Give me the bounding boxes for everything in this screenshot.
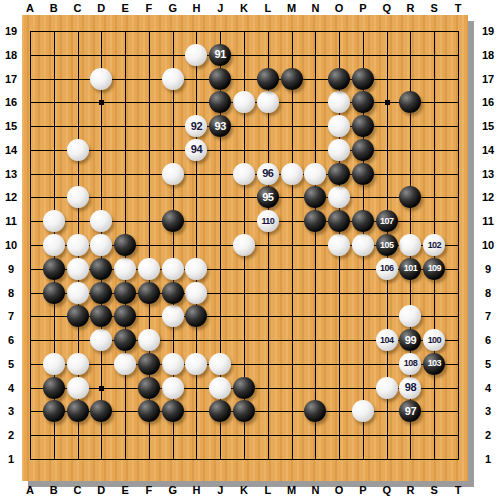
stone-black-D7[interactable] <box>90 305 112 327</box>
col-label-bottom-R: R <box>400 483 420 497</box>
stone-white-B11[interactable] <box>43 210 65 232</box>
stone-black-C3[interactable] <box>67 400 89 422</box>
row-label-left-19: 19 <box>1 24 21 38</box>
stone-black-P13[interactable] <box>352 163 374 185</box>
star-point-D4 <box>99 386 104 391</box>
stone-black-E6[interactable] <box>114 329 136 351</box>
grid-line-horizontal <box>30 459 459 460</box>
stone-white-G7[interactable] <box>162 305 184 327</box>
row-label-left-15: 15 <box>1 119 21 133</box>
stone-black-J15[interactable]: 93 <box>209 115 231 137</box>
stone-white-D11[interactable] <box>90 210 112 232</box>
stone-black-J16[interactable] <box>209 91 231 113</box>
col-label-bottom-G: G <box>163 483 183 497</box>
col-label-bottom-P: P <box>353 483 373 497</box>
stone-black-R3[interactable]: 97 <box>399 400 421 422</box>
stone-white-S10[interactable]: 102 <box>423 234 445 256</box>
stone-black-P16[interactable] <box>352 91 374 113</box>
stone-black-F5[interactable] <box>138 353 160 375</box>
stone-black-F4[interactable] <box>138 377 160 399</box>
stone-black-Q10[interactable]: 105 <box>376 234 398 256</box>
col-label-bottom-S: S <box>424 483 444 497</box>
stone-white-O16[interactable] <box>328 91 350 113</box>
stone-white-R4[interactable]: 98 <box>399 377 421 399</box>
stone-white-F9[interactable] <box>138 258 160 280</box>
grid-line-vertical <box>458 31 459 460</box>
col-label-top-S: S <box>424 1 444 15</box>
row-label-right-14: 14 <box>478 143 498 157</box>
stone-black-R9[interactable]: 101 <box>399 258 421 280</box>
stone-black-D9[interactable] <box>90 258 112 280</box>
stone-white-N13[interactable] <box>304 163 326 185</box>
stone-black-O17[interactable] <box>328 68 350 90</box>
stone-black-E10[interactable] <box>114 234 136 256</box>
stone-white-D10[interactable] <box>90 234 112 256</box>
stone-white-G9[interactable] <box>162 258 184 280</box>
stone-black-N11[interactable] <box>304 210 326 232</box>
col-label-bottom-A: A <box>20 483 40 497</box>
row-label-left-6: 6 <box>1 333 21 347</box>
stone-white-G5[interactable] <box>162 353 184 375</box>
move-number-97: 97 <box>405 406 416 417</box>
col-label-top-N: N <box>305 1 325 15</box>
stone-white-P3[interactable] <box>352 400 374 422</box>
row-label-right-18: 18 <box>478 48 498 62</box>
col-label-bottom-L: L <box>258 483 278 497</box>
stone-white-D17[interactable] <box>90 68 112 90</box>
row-label-left-16: 16 <box>1 95 21 109</box>
stone-black-H7[interactable] <box>185 305 207 327</box>
col-label-bottom-T: T <box>448 483 468 497</box>
col-label-bottom-J: J <box>210 483 230 497</box>
stone-black-J18[interactable]: 91 <box>209 44 231 66</box>
row-label-left-8: 8 <box>1 286 21 300</box>
col-label-top-P: P <box>353 1 373 15</box>
stone-white-C14[interactable] <box>67 139 89 161</box>
stone-black-P14[interactable] <box>352 139 374 161</box>
stone-white-G4[interactable] <box>162 377 184 399</box>
col-label-bottom-Q: Q <box>377 483 397 497</box>
row-label-left-2: 2 <box>1 428 21 442</box>
stone-black-P17[interactable] <box>352 68 374 90</box>
stone-black-B9[interactable] <box>43 258 65 280</box>
stone-black-L12[interactable]: 95 <box>257 186 279 208</box>
col-label-bottom-E: E <box>115 483 135 497</box>
row-label-right-1: 1 <box>478 452 498 466</box>
stone-white-K13[interactable] <box>233 163 255 185</box>
stone-white-Q6[interactable]: 104 <box>376 329 398 351</box>
stone-white-J4[interactable] <box>209 377 231 399</box>
stone-black-G8[interactable] <box>162 282 184 304</box>
move-number-94: 94 <box>191 144 202 155</box>
stone-white-B5[interactable] <box>43 353 65 375</box>
stone-white-G13[interactable] <box>162 163 184 185</box>
row-label-left-3: 3 <box>1 404 21 418</box>
col-label-top-O: O <box>329 1 349 15</box>
stone-black-D3[interactable] <box>90 400 112 422</box>
stone-black-S5[interactable]: 103 <box>423 353 445 375</box>
col-label-bottom-M: M <box>282 483 302 497</box>
col-label-bottom-H: H <box>186 483 206 497</box>
row-label-left-11: 11 <box>1 214 21 228</box>
stone-black-B3[interactable] <box>43 400 65 422</box>
stone-black-E7[interactable] <box>114 305 136 327</box>
move-number-100: 100 <box>428 336 441 345</box>
stone-black-F3[interactable] <box>138 400 160 422</box>
col-label-top-E: E <box>115 1 135 15</box>
stone-white-C5[interactable] <box>67 353 89 375</box>
col-label-top-C: C <box>68 1 88 15</box>
move-number-99: 99 <box>405 335 416 346</box>
col-label-top-G: G <box>163 1 183 15</box>
move-number-98: 98 <box>405 382 416 393</box>
col-label-bottom-F: F <box>139 483 159 497</box>
stone-white-H5[interactable] <box>185 353 207 375</box>
stone-white-J5[interactable] <box>209 353 231 375</box>
row-label-right-19: 19 <box>478 24 498 38</box>
stone-black-J3[interactable] <box>209 400 231 422</box>
stone-black-F8[interactable] <box>138 282 160 304</box>
stone-white-K10[interactable] <box>233 234 255 256</box>
stone-black-P15[interactable] <box>352 115 374 137</box>
stone-white-D6[interactable] <box>90 329 112 351</box>
stone-black-O11[interactable] <box>328 210 350 232</box>
row-label-left-5: 5 <box>1 357 21 371</box>
row-label-left-18: 18 <box>1 48 21 62</box>
row-label-right-6: 6 <box>478 333 498 347</box>
row-label-left-4: 4 <box>1 381 21 395</box>
row-label-left-10: 10 <box>1 238 21 252</box>
col-label-top-B: B <box>44 1 64 15</box>
stone-white-R5[interactable]: 108 <box>399 353 421 375</box>
row-label-left-12: 12 <box>1 190 21 204</box>
stone-white-K16[interactable] <box>233 91 255 113</box>
stone-white-O10[interactable] <box>328 234 350 256</box>
stone-black-Q11[interactable]: 107 <box>376 210 398 232</box>
row-label-right-15: 15 <box>478 119 498 133</box>
move-number-109: 109 <box>428 264 441 273</box>
stone-black-B4[interactable] <box>43 377 65 399</box>
stone-black-G11[interactable] <box>162 210 184 232</box>
stone-white-O12[interactable] <box>328 186 350 208</box>
col-label-top-Q: Q <box>377 1 397 15</box>
stone-black-K4[interactable] <box>233 377 255 399</box>
grid-line-vertical <box>315 31 316 460</box>
row-label-left-9: 9 <box>1 262 21 276</box>
col-label-top-J: J <box>210 1 230 15</box>
stone-black-R12[interactable] <box>399 186 421 208</box>
move-number-104: 104 <box>380 336 393 345</box>
move-number-102: 102 <box>428 241 441 250</box>
stone-white-C8[interactable] <box>67 282 89 304</box>
stone-white-S6[interactable]: 100 <box>423 329 445 351</box>
stone-white-H9[interactable] <box>185 258 207 280</box>
star-point-Q16 <box>385 100 390 105</box>
stone-white-C10[interactable] <box>67 234 89 256</box>
move-number-92: 92 <box>191 121 202 132</box>
row-label-right-11: 11 <box>478 214 498 228</box>
row-label-right-4: 4 <box>478 381 498 395</box>
grid-line-vertical <box>292 31 293 460</box>
col-label-top-T: T <box>448 1 468 15</box>
star-point-D16 <box>99 100 104 105</box>
stone-white-O15[interactable] <box>328 115 350 137</box>
stone-black-E8[interactable] <box>114 282 136 304</box>
move-number-103: 103 <box>428 359 441 368</box>
stone-white-P10[interactable] <box>352 234 374 256</box>
stone-white-G17[interactable] <box>162 68 184 90</box>
row-label-right-3: 3 <box>478 404 498 418</box>
stone-white-R7[interactable] <box>399 305 421 327</box>
go-diagram-screen: 9192939495969798991001011021031041051061… <box>0 0 500 500</box>
stone-black-K3[interactable] <box>233 400 255 422</box>
row-label-left-7: 7 <box>1 309 21 323</box>
col-label-bottom-B: B <box>44 483 64 497</box>
stone-black-P11[interactable] <box>352 210 374 232</box>
move-number-101: 101 <box>404 264 417 273</box>
stone-black-R6[interactable]: 99 <box>399 329 421 351</box>
stone-white-L13[interactable]: 96 <box>257 163 279 185</box>
move-number-105: 105 <box>380 241 393 250</box>
col-label-top-D: D <box>91 1 111 15</box>
stone-black-J17[interactable] <box>209 68 231 90</box>
row-label-left-17: 17 <box>1 72 21 86</box>
stone-white-O14[interactable] <box>328 139 350 161</box>
stone-white-E5[interactable] <box>114 353 136 375</box>
stone-white-Q4[interactable] <box>376 377 398 399</box>
row-label-right-2: 2 <box>478 428 498 442</box>
stone-black-M17[interactable] <box>281 68 303 90</box>
stone-black-S9[interactable]: 109 <box>423 258 445 280</box>
row-label-right-10: 10 <box>478 238 498 252</box>
stone-black-N12[interactable] <box>304 186 326 208</box>
row-label-right-9: 9 <box>478 262 498 276</box>
move-number-95: 95 <box>262 192 273 203</box>
stone-black-L17[interactable] <box>257 68 279 90</box>
col-label-bottom-O: O <box>329 483 349 497</box>
move-number-108: 108 <box>404 359 417 368</box>
col-label-bottom-C: C <box>68 483 88 497</box>
stone-white-Q9[interactable]: 106 <box>376 258 398 280</box>
stone-white-C4[interactable] <box>67 377 89 399</box>
go-board[interactable]: 9192939495969798991001011021031041051061… <box>22 15 468 481</box>
col-label-bottom-K: K <box>234 483 254 497</box>
stone-white-H14[interactable]: 94 <box>185 139 207 161</box>
row-label-right-13: 13 <box>478 167 498 181</box>
stone-white-H15[interactable]: 92 <box>185 115 207 137</box>
col-label-top-M: M <box>282 1 302 15</box>
row-label-right-7: 7 <box>478 309 498 323</box>
stone-black-R16[interactable] <box>399 91 421 113</box>
stone-white-C9[interactable] <box>67 258 89 280</box>
stone-white-L16[interactable] <box>257 91 279 113</box>
row-label-right-16: 16 <box>478 95 498 109</box>
stone-white-H18[interactable] <box>185 44 207 66</box>
stone-black-D8[interactable] <box>90 282 112 304</box>
move-number-107: 107 <box>380 217 393 226</box>
row-label-left-14: 14 <box>1 143 21 157</box>
stone-white-F6[interactable] <box>138 329 160 351</box>
row-label-right-8: 8 <box>478 286 498 300</box>
stone-black-C7[interactable] <box>67 305 89 327</box>
move-number-91: 91 <box>215 49 226 60</box>
col-label-top-L: L <box>258 1 278 15</box>
stone-black-G3[interactable] <box>162 400 184 422</box>
col-label-top-H: H <box>186 1 206 15</box>
stone-white-E9[interactable] <box>114 258 136 280</box>
row-label-left-1: 1 <box>1 452 21 466</box>
row-label-right-5: 5 <box>478 357 498 371</box>
stone-white-C12[interactable] <box>67 186 89 208</box>
move-number-93: 93 <box>215 121 226 132</box>
row-label-right-12: 12 <box>478 190 498 204</box>
move-number-106: 106 <box>380 264 393 273</box>
stone-white-L11[interactable]: 110 <box>257 210 279 232</box>
stone-black-N3[interactable] <box>304 400 326 422</box>
col-label-top-A: A <box>20 1 40 15</box>
stone-black-O13[interactable] <box>328 163 350 185</box>
col-label-top-R: R <box>400 1 420 15</box>
stone-white-R10[interactable] <box>399 234 421 256</box>
col-label-top-K: K <box>234 1 254 15</box>
grid-line-horizontal <box>30 435 459 436</box>
move-number-110: 110 <box>261 217 274 226</box>
stone-white-B10[interactable] <box>43 234 65 256</box>
move-number-96: 96 <box>262 168 273 179</box>
stone-white-H8[interactable] <box>185 282 207 304</box>
col-label-bottom-D: D <box>91 483 111 497</box>
row-label-right-17: 17 <box>478 72 498 86</box>
row-label-left-13: 13 <box>1 167 21 181</box>
stone-white-M13[interactable] <box>281 163 303 185</box>
stone-black-B8[interactable] <box>43 282 65 304</box>
grid-line-horizontal <box>30 364 459 365</box>
col-label-top-F: F <box>139 1 159 15</box>
col-label-bottom-N: N <box>305 483 325 497</box>
